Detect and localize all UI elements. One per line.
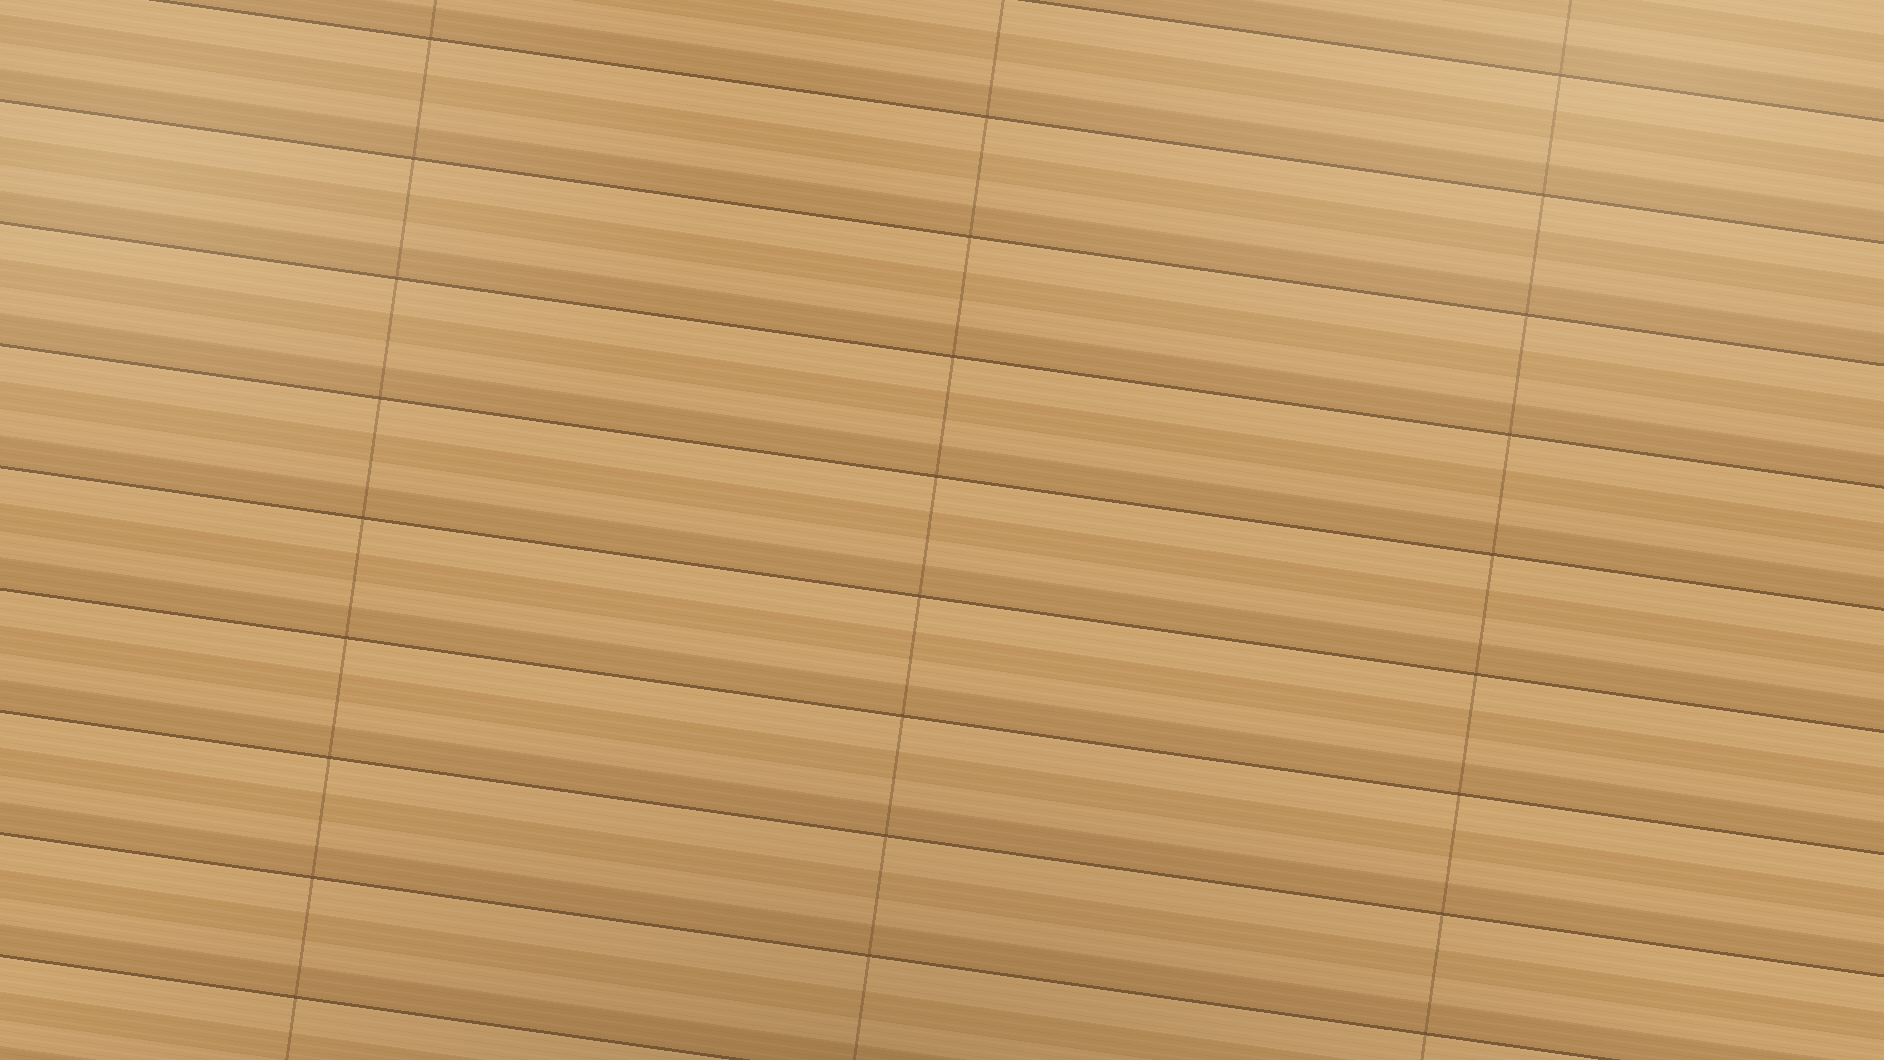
wood-floor-scene — [0, 0, 1884, 1060]
chessboard-render — [0, 0, 1884, 1060]
